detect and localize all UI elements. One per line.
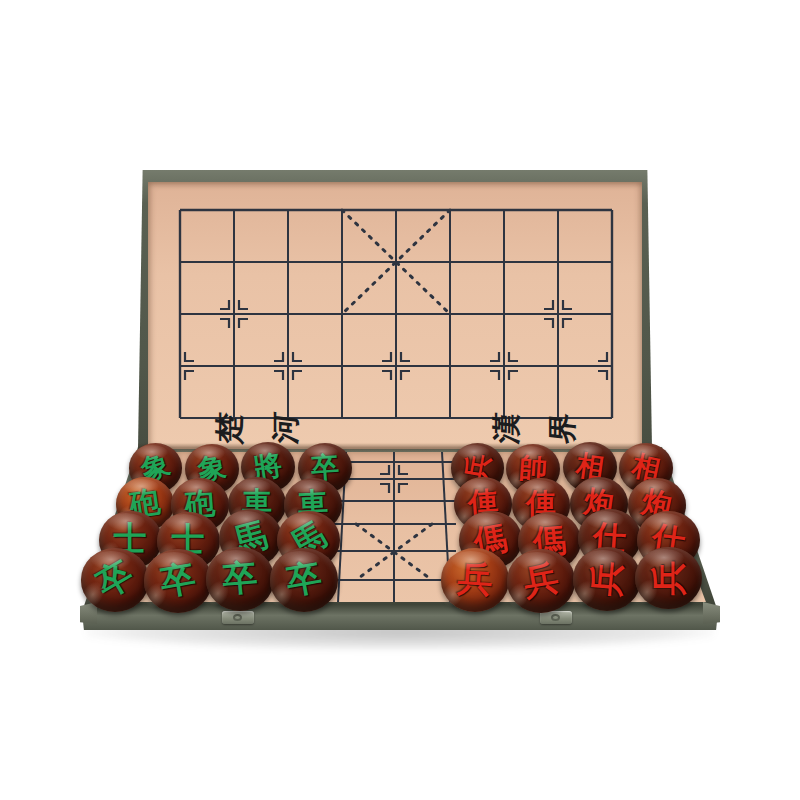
corner-bracket-right-icon: [703, 602, 720, 624]
piece-green-zu[interactable]: 卒: [270, 548, 338, 611]
product-photo-canvas: 楚河 漢界 象象將卒砲砲車車士士馬馬卒卒卒卒兵帥相相俥俥炮炮傌傌仕仕兵兵兵兵: [0, 0, 800, 800]
piece-character: 卒: [265, 543, 343, 617]
piece-character: 兵: [637, 544, 699, 611]
piece-green-zu[interactable]: 卒: [206, 547, 274, 610]
piece-character: 兵: [573, 542, 642, 615]
piece-red-bing[interactable]: 兵: [635, 547, 702, 609]
piece-red-bing[interactable]: 兵: [441, 548, 509, 611]
piece-character: 兵: [439, 546, 511, 614]
piece-red-bing[interactable]: 兵: [507, 549, 575, 612]
piece-red-bing[interactable]: 兵: [573, 547, 641, 610]
piece-green-zu[interactable]: 卒: [144, 549, 212, 612]
latch-right-icon: [540, 611, 572, 624]
latch-left-icon: [222, 611, 254, 624]
piece-character: 兵: [502, 544, 580, 618]
